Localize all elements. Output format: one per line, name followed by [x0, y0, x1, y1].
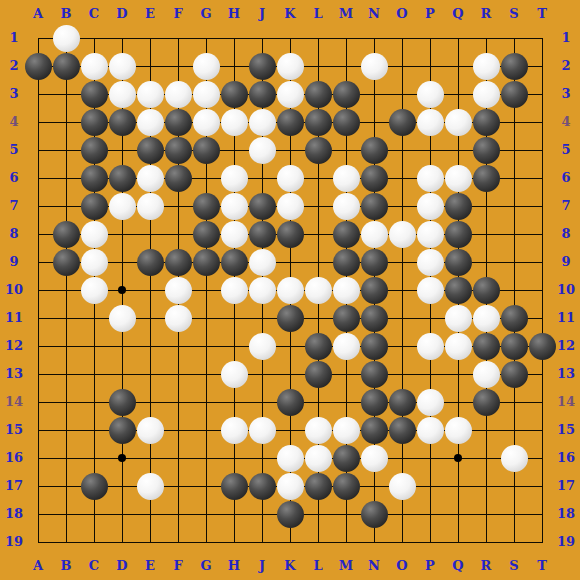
intersection-L11[interactable]	[304, 304, 332, 332]
intersection-G10[interactable]	[192, 276, 220, 304]
intersection-J8[interactable]	[248, 220, 276, 248]
intersection-K2[interactable]	[276, 52, 304, 80]
intersection-B9[interactable]	[52, 248, 80, 276]
intersection-S13[interactable]	[500, 360, 528, 388]
intersection-D10[interactable]	[108, 276, 136, 304]
intersection-F3[interactable]	[164, 80, 192, 108]
intersection-K7[interactable]	[276, 192, 304, 220]
intersection-Q19[interactable]	[444, 528, 472, 556]
intersection-O4[interactable]	[388, 108, 416, 136]
intersection-O8[interactable]	[388, 220, 416, 248]
intersection-S17[interactable]	[500, 472, 528, 500]
intersection-M5[interactable]	[332, 136, 360, 164]
intersection-T7[interactable]	[528, 192, 556, 220]
intersection-T18[interactable]	[528, 500, 556, 528]
intersection-E13[interactable]	[136, 360, 164, 388]
intersection-A16[interactable]	[24, 444, 52, 472]
intersection-H4[interactable]	[220, 108, 248, 136]
intersection-O16[interactable]	[388, 444, 416, 472]
intersection-E7[interactable]	[136, 192, 164, 220]
intersection-B4[interactable]	[52, 108, 80, 136]
intersection-L13[interactable]	[304, 360, 332, 388]
intersection-D13[interactable]	[108, 360, 136, 388]
intersection-T5[interactable]	[528, 136, 556, 164]
intersection-M18[interactable]	[332, 500, 360, 528]
intersection-D8[interactable]	[108, 220, 136, 248]
intersection-A3[interactable]	[24, 80, 52, 108]
intersection-P6[interactable]	[416, 164, 444, 192]
intersection-Q11[interactable]	[444, 304, 472, 332]
intersection-L16[interactable]	[304, 444, 332, 472]
intersection-N3[interactable]	[360, 80, 388, 108]
intersection-E6[interactable]	[136, 164, 164, 192]
intersection-P3[interactable]	[416, 80, 444, 108]
intersection-D12[interactable]	[108, 332, 136, 360]
intersection-O7[interactable]	[388, 192, 416, 220]
intersection-P10[interactable]	[416, 276, 444, 304]
intersection-Q4[interactable]	[444, 108, 472, 136]
intersection-M17[interactable]	[332, 472, 360, 500]
intersection-G6[interactable]	[192, 164, 220, 192]
intersection-Q3[interactable]	[444, 80, 472, 108]
intersection-S12[interactable]	[500, 332, 528, 360]
intersection-K13[interactable]	[276, 360, 304, 388]
intersection-C3[interactable]	[80, 80, 108, 108]
intersection-G2[interactable]	[192, 52, 220, 80]
intersection-F9[interactable]	[164, 248, 192, 276]
intersection-D4[interactable]	[108, 108, 136, 136]
intersection-E15[interactable]	[136, 416, 164, 444]
intersection-G8[interactable]	[192, 220, 220, 248]
intersection-O19[interactable]	[388, 528, 416, 556]
intersection-F13[interactable]	[164, 360, 192, 388]
intersection-H10[interactable]	[220, 276, 248, 304]
intersection-T12[interactable]	[528, 332, 556, 360]
intersection-N1[interactable]	[360, 24, 388, 52]
intersection-C7[interactable]	[80, 192, 108, 220]
intersection-A8[interactable]	[24, 220, 52, 248]
intersection-E8[interactable]	[136, 220, 164, 248]
intersection-N14[interactable]	[360, 388, 388, 416]
intersection-G18[interactable]	[192, 500, 220, 528]
intersection-R11[interactable]	[472, 304, 500, 332]
intersection-D2[interactable]	[108, 52, 136, 80]
intersection-B7[interactable]	[52, 192, 80, 220]
intersection-G7[interactable]	[192, 192, 220, 220]
intersection-L15[interactable]	[304, 416, 332, 444]
intersection-K6[interactable]	[276, 164, 304, 192]
intersection-J10[interactable]	[248, 276, 276, 304]
intersection-N10[interactable]	[360, 276, 388, 304]
intersection-D9[interactable]	[108, 248, 136, 276]
intersection-A18[interactable]	[24, 500, 52, 528]
intersection-T10[interactable]	[528, 276, 556, 304]
intersection-Q9[interactable]	[444, 248, 472, 276]
intersection-R19[interactable]	[472, 528, 500, 556]
intersection-S8[interactable]	[500, 220, 528, 248]
intersection-E18[interactable]	[136, 500, 164, 528]
intersection-R10[interactable]	[472, 276, 500, 304]
intersection-Q13[interactable]	[444, 360, 472, 388]
intersection-G3[interactable]	[192, 80, 220, 108]
intersection-S18[interactable]	[500, 500, 528, 528]
intersection-T1[interactable]	[528, 24, 556, 52]
intersection-B14[interactable]	[52, 388, 80, 416]
intersection-O1[interactable]	[388, 24, 416, 52]
intersection-P16[interactable]	[416, 444, 444, 472]
intersection-T2[interactable]	[528, 52, 556, 80]
intersection-G17[interactable]	[192, 472, 220, 500]
intersection-J19[interactable]	[248, 528, 276, 556]
intersection-A10[interactable]	[24, 276, 52, 304]
intersection-D11[interactable]	[108, 304, 136, 332]
intersection-J16[interactable]	[248, 444, 276, 472]
intersection-C2[interactable]	[80, 52, 108, 80]
intersection-M10[interactable]	[332, 276, 360, 304]
intersection-C10[interactable]	[80, 276, 108, 304]
intersection-R1[interactable]	[472, 24, 500, 52]
intersection-Q1[interactable]	[444, 24, 472, 52]
intersection-R16[interactable]	[472, 444, 500, 472]
intersection-S9[interactable]	[500, 248, 528, 276]
intersection-R2[interactable]	[472, 52, 500, 80]
intersection-R6[interactable]	[472, 164, 500, 192]
intersection-L17[interactable]	[304, 472, 332, 500]
intersection-M6[interactable]	[332, 164, 360, 192]
intersection-K17[interactable]	[276, 472, 304, 500]
intersection-F5[interactable]	[164, 136, 192, 164]
intersection-A2[interactable]	[24, 52, 52, 80]
intersection-O2[interactable]	[388, 52, 416, 80]
intersection-M9[interactable]	[332, 248, 360, 276]
intersection-B10[interactable]	[52, 276, 80, 304]
intersection-T3[interactable]	[528, 80, 556, 108]
intersection-T11[interactable]	[528, 304, 556, 332]
intersection-M7[interactable]	[332, 192, 360, 220]
intersection-Q18[interactable]	[444, 500, 472, 528]
intersection-S7[interactable]	[500, 192, 528, 220]
intersection-K19[interactable]	[276, 528, 304, 556]
intersection-A4[interactable]	[24, 108, 52, 136]
intersection-J9[interactable]	[248, 248, 276, 276]
intersection-J17[interactable]	[248, 472, 276, 500]
intersection-N12[interactable]	[360, 332, 388, 360]
intersection-L19[interactable]	[304, 528, 332, 556]
intersection-C16[interactable]	[80, 444, 108, 472]
intersection-Q8[interactable]	[444, 220, 472, 248]
intersection-P17[interactable]	[416, 472, 444, 500]
intersection-J15[interactable]	[248, 416, 276, 444]
intersection-T15[interactable]	[528, 416, 556, 444]
intersection-L3[interactable]	[304, 80, 332, 108]
intersection-L9[interactable]	[304, 248, 332, 276]
intersection-N8[interactable]	[360, 220, 388, 248]
intersection-G19[interactable]	[192, 528, 220, 556]
intersection-L12[interactable]	[304, 332, 332, 360]
intersection-R14[interactable]	[472, 388, 500, 416]
intersection-D14[interactable]	[108, 388, 136, 416]
intersection-R15[interactable]	[472, 416, 500, 444]
intersection-S2[interactable]	[500, 52, 528, 80]
intersection-A6[interactable]	[24, 164, 52, 192]
intersection-E11[interactable]	[136, 304, 164, 332]
intersection-N6[interactable]	[360, 164, 388, 192]
intersection-O12[interactable]	[388, 332, 416, 360]
intersection-C15[interactable]	[80, 416, 108, 444]
intersection-P2[interactable]	[416, 52, 444, 80]
intersection-A13[interactable]	[24, 360, 52, 388]
intersection-O5[interactable]	[388, 136, 416, 164]
intersection-K1[interactable]	[276, 24, 304, 52]
intersection-T16[interactable]	[528, 444, 556, 472]
intersection-E14[interactable]	[136, 388, 164, 416]
intersection-B11[interactable]	[52, 304, 80, 332]
intersection-J6[interactable]	[248, 164, 276, 192]
intersection-L8[interactable]	[304, 220, 332, 248]
intersection-G15[interactable]	[192, 416, 220, 444]
intersection-G1[interactable]	[192, 24, 220, 52]
intersection-C18[interactable]	[80, 500, 108, 528]
intersection-S3[interactable]	[500, 80, 528, 108]
intersection-O10[interactable]	[388, 276, 416, 304]
intersection-H17[interactable]	[220, 472, 248, 500]
intersection-N11[interactable]	[360, 304, 388, 332]
intersection-D19[interactable]	[108, 528, 136, 556]
intersection-G16[interactable]	[192, 444, 220, 472]
intersection-A7[interactable]	[24, 192, 52, 220]
intersection-E17[interactable]	[136, 472, 164, 500]
intersection-N9[interactable]	[360, 248, 388, 276]
intersection-L5[interactable]	[304, 136, 332, 164]
intersection-P18[interactable]	[416, 500, 444, 528]
intersection-H2[interactable]	[220, 52, 248, 80]
intersection-R3[interactable]	[472, 80, 500, 108]
intersection-N13[interactable]	[360, 360, 388, 388]
intersection-D15[interactable]	[108, 416, 136, 444]
intersection-F14[interactable]	[164, 388, 192, 416]
intersection-C12[interactable]	[80, 332, 108, 360]
intersection-B15[interactable]	[52, 416, 80, 444]
intersection-Q2[interactable]	[444, 52, 472, 80]
intersection-D16[interactable]	[108, 444, 136, 472]
intersection-D5[interactable]	[108, 136, 136, 164]
intersection-H9[interactable]	[220, 248, 248, 276]
intersection-A11[interactable]	[24, 304, 52, 332]
intersection-R9[interactable]	[472, 248, 500, 276]
intersection-H13[interactable]	[220, 360, 248, 388]
intersection-M12[interactable]	[332, 332, 360, 360]
intersection-B17[interactable]	[52, 472, 80, 500]
intersection-P9[interactable]	[416, 248, 444, 276]
intersection-K16[interactable]	[276, 444, 304, 472]
intersection-E9[interactable]	[136, 248, 164, 276]
intersection-S16[interactable]	[500, 444, 528, 472]
intersection-P14[interactable]	[416, 388, 444, 416]
intersection-P15[interactable]	[416, 416, 444, 444]
intersection-L2[interactable]	[304, 52, 332, 80]
intersection-A14[interactable]	[24, 388, 52, 416]
intersection-R17[interactable]	[472, 472, 500, 500]
intersection-K3[interactable]	[276, 80, 304, 108]
intersection-H8[interactable]	[220, 220, 248, 248]
intersection-E12[interactable]	[136, 332, 164, 360]
intersection-L10[interactable]	[304, 276, 332, 304]
intersection-B5[interactable]	[52, 136, 80, 164]
intersection-J18[interactable]	[248, 500, 276, 528]
intersection-P8[interactable]	[416, 220, 444, 248]
intersection-H19[interactable]	[220, 528, 248, 556]
intersection-T17[interactable]	[528, 472, 556, 500]
intersection-Q14[interactable]	[444, 388, 472, 416]
intersection-M19[interactable]	[332, 528, 360, 556]
intersection-J2[interactable]	[248, 52, 276, 80]
intersection-K12[interactable]	[276, 332, 304, 360]
intersection-S14[interactable]	[500, 388, 528, 416]
intersection-J1[interactable]	[248, 24, 276, 52]
intersection-B6[interactable]	[52, 164, 80, 192]
intersection-E10[interactable]	[136, 276, 164, 304]
intersection-K18[interactable]	[276, 500, 304, 528]
intersection-E4[interactable]	[136, 108, 164, 136]
intersection-C13[interactable]	[80, 360, 108, 388]
intersection-T14[interactable]	[528, 388, 556, 416]
intersection-K14[interactable]	[276, 388, 304, 416]
intersection-K5[interactable]	[276, 136, 304, 164]
intersection-A12[interactable]	[24, 332, 52, 360]
intersection-C6[interactable]	[80, 164, 108, 192]
intersection-P4[interactable]	[416, 108, 444, 136]
intersection-K11[interactable]	[276, 304, 304, 332]
intersection-D7[interactable]	[108, 192, 136, 220]
intersection-S10[interactable]	[500, 276, 528, 304]
intersection-L6[interactable]	[304, 164, 332, 192]
intersection-B13[interactable]	[52, 360, 80, 388]
intersection-N15[interactable]	[360, 416, 388, 444]
intersection-C9[interactable]	[80, 248, 108, 276]
intersection-L1[interactable]	[304, 24, 332, 52]
intersection-G11[interactable]	[192, 304, 220, 332]
intersection-A15[interactable]	[24, 416, 52, 444]
intersection-F12[interactable]	[164, 332, 192, 360]
intersection-M2[interactable]	[332, 52, 360, 80]
intersection-T8[interactable]	[528, 220, 556, 248]
intersection-O6[interactable]	[388, 164, 416, 192]
intersection-A19[interactable]	[24, 528, 52, 556]
intersection-E1[interactable]	[136, 24, 164, 52]
intersection-B2[interactable]	[52, 52, 80, 80]
intersection-G9[interactable]	[192, 248, 220, 276]
intersection-Q10[interactable]	[444, 276, 472, 304]
intersection-B8[interactable]	[52, 220, 80, 248]
intersection-J11[interactable]	[248, 304, 276, 332]
intersection-F15[interactable]	[164, 416, 192, 444]
intersection-D3[interactable]	[108, 80, 136, 108]
intersection-T9[interactable]	[528, 248, 556, 276]
intersection-Q16[interactable]	[444, 444, 472, 472]
intersection-A17[interactable]	[24, 472, 52, 500]
intersection-C5[interactable]	[80, 136, 108, 164]
intersection-H7[interactable]	[220, 192, 248, 220]
intersection-E19[interactable]	[136, 528, 164, 556]
intersection-H5[interactable]	[220, 136, 248, 164]
intersection-C14[interactable]	[80, 388, 108, 416]
intersection-N2[interactable]	[360, 52, 388, 80]
intersection-L18[interactable]	[304, 500, 332, 528]
intersection-F19[interactable]	[164, 528, 192, 556]
intersection-F4[interactable]	[164, 108, 192, 136]
intersection-Q6[interactable]	[444, 164, 472, 192]
intersection-M1[interactable]	[332, 24, 360, 52]
intersection-S4[interactable]	[500, 108, 528, 136]
intersection-T19[interactable]	[528, 528, 556, 556]
intersection-S15[interactable]	[500, 416, 528, 444]
intersection-C17[interactable]	[80, 472, 108, 500]
intersection-K15[interactable]	[276, 416, 304, 444]
intersection-P19[interactable]	[416, 528, 444, 556]
intersection-O18[interactable]	[388, 500, 416, 528]
intersection-F8[interactable]	[164, 220, 192, 248]
intersection-M8[interactable]	[332, 220, 360, 248]
intersection-J12[interactable]	[248, 332, 276, 360]
intersection-F1[interactable]	[164, 24, 192, 52]
intersection-M3[interactable]	[332, 80, 360, 108]
intersection-Q15[interactable]	[444, 416, 472, 444]
intersection-R8[interactable]	[472, 220, 500, 248]
intersection-N5[interactable]	[360, 136, 388, 164]
intersection-B12[interactable]	[52, 332, 80, 360]
intersection-H1[interactable]	[220, 24, 248, 52]
intersection-O11[interactable]	[388, 304, 416, 332]
intersection-O3[interactable]	[388, 80, 416, 108]
intersection-N16[interactable]	[360, 444, 388, 472]
intersection-H3[interactable]	[220, 80, 248, 108]
intersection-J3[interactable]	[248, 80, 276, 108]
intersection-N19[interactable]	[360, 528, 388, 556]
intersection-N4[interactable]	[360, 108, 388, 136]
intersection-J13[interactable]	[248, 360, 276, 388]
intersection-C4[interactable]	[80, 108, 108, 136]
intersection-O17[interactable]	[388, 472, 416, 500]
intersection-P5[interactable]	[416, 136, 444, 164]
intersection-R7[interactable]	[472, 192, 500, 220]
intersection-O9[interactable]	[388, 248, 416, 276]
intersection-T13[interactable]	[528, 360, 556, 388]
intersection-D1[interactable]	[108, 24, 136, 52]
intersection-F17[interactable]	[164, 472, 192, 500]
intersection-M13[interactable]	[332, 360, 360, 388]
intersection-L4[interactable]	[304, 108, 332, 136]
intersection-O15[interactable]	[388, 416, 416, 444]
intersection-K10[interactable]	[276, 276, 304, 304]
intersection-G4[interactable]	[192, 108, 220, 136]
intersection-N7[interactable]	[360, 192, 388, 220]
intersection-J7[interactable]	[248, 192, 276, 220]
intersection-H14[interactable]	[220, 388, 248, 416]
intersection-B19[interactable]	[52, 528, 80, 556]
intersection-C8[interactable]	[80, 220, 108, 248]
intersection-G14[interactable]	[192, 388, 220, 416]
intersection-C1[interactable]	[80, 24, 108, 52]
intersection-M11[interactable]	[332, 304, 360, 332]
intersection-O13[interactable]	[388, 360, 416, 388]
intersection-A1[interactable]	[24, 24, 52, 52]
intersection-Q17[interactable]	[444, 472, 472, 500]
intersection-R5[interactable]	[472, 136, 500, 164]
intersection-P12[interactable]	[416, 332, 444, 360]
intersection-S1[interactable]	[500, 24, 528, 52]
intersection-Q5[interactable]	[444, 136, 472, 164]
intersection-H16[interactable]	[220, 444, 248, 472]
